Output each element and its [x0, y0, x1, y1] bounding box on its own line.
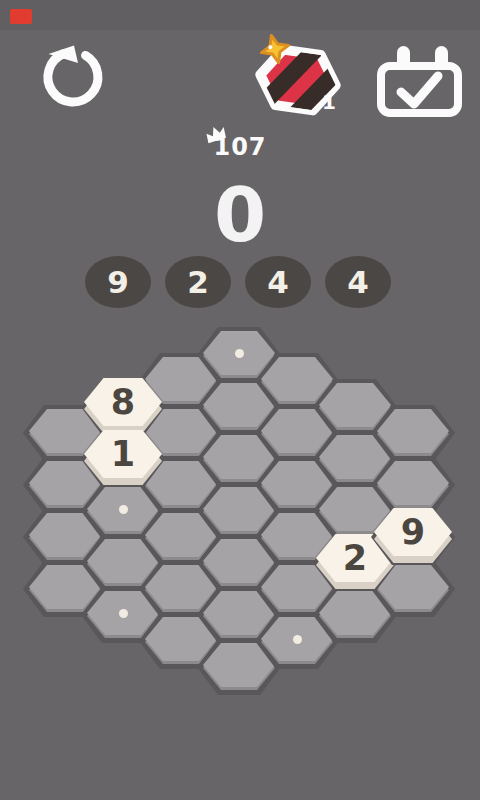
hex-cell-col3-row2[interactable]: 9: [371, 509, 455, 565]
dot-marker: [119, 609, 128, 618]
dot-marker: [235, 349, 244, 358]
hex-cell-col-2-row1[interactable]: 1: [81, 431, 165, 487]
tile-value: 1: [111, 434, 135, 474]
hex-cell-col3-row0[interactable]: [371, 405, 455, 461]
hex-cell-col-2-row0[interactable]: 8: [81, 379, 165, 435]
tile-value: 2: [343, 538, 367, 578]
tile-value: 9: [401, 512, 425, 552]
game-screen: 1 107 0 9244 8129: [0, 0, 480, 800]
hex-board: 8129: [0, 0, 480, 800]
dot-marker: [293, 635, 302, 644]
hex-cell-col3-row1[interactable]: [371, 457, 455, 513]
dot-marker: [119, 505, 128, 514]
tile-value: 8: [111, 382, 135, 422]
